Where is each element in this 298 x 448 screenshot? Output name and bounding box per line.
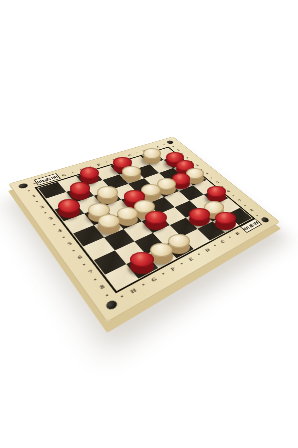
checker-red[interactable] [145,211,166,230]
checker-red[interactable] [130,252,154,273]
checker-red[interactable] [207,186,226,203]
checker-natural[interactable] [98,214,120,234]
checker-top [207,186,226,198]
checker-natural[interactable] [122,166,141,183]
checker-top [215,212,236,225]
checker-top [189,208,210,221]
checker-red[interactable] [189,208,210,226]
checker-top [145,211,166,224]
checker-red[interactable] [215,212,236,230]
checker-red[interactable] [58,199,80,218]
checker-top [97,186,118,199]
checker-natural[interactable] [143,148,161,163]
checker-top [70,182,91,195]
checker-red[interactable] [70,182,91,200]
checker-top [58,199,80,213]
checker-top [143,148,161,159]
checker-natural[interactable] [97,186,118,204]
product-photo-stage: HH11GG22FF33EE44DD55CC66BB77AA88 [0,0,298,360]
